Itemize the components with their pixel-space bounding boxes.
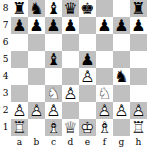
rank-label-8: 8 xyxy=(0,0,11,17)
rank-label-7: 7 xyxy=(0,17,11,34)
piece-black-king[interactable]: ♚ xyxy=(79,0,96,17)
piece-white-pawn[interactable]: ♟♙ xyxy=(45,102,62,119)
square-d4[interactable] xyxy=(62,68,79,85)
square-a7[interactable]: ♟ xyxy=(11,17,28,34)
square-h6[interactable] xyxy=(130,34,147,51)
square-b4[interactable] xyxy=(28,68,45,85)
piece-glyph: ♟ xyxy=(96,17,113,34)
piece-glyph: ♘ xyxy=(45,85,62,102)
square-e3[interactable] xyxy=(79,85,96,102)
square-b7[interactable]: ♟ xyxy=(28,17,45,34)
piece-black-knight[interactable]: ♞ xyxy=(113,68,130,85)
square-h3[interactable] xyxy=(130,85,147,102)
piece-black-pawn[interactable]: ♟ xyxy=(45,17,62,34)
piece-white-king[interactable]: ♚♔ xyxy=(79,119,96,136)
square-c1[interactable]: ♝♗ xyxy=(45,119,62,136)
piece-white-bishop[interactable]: ♝♗ xyxy=(45,119,62,136)
piece-white-rook[interactable]: ♜♖ xyxy=(11,119,28,136)
piece-glyph: ♟ xyxy=(45,17,62,34)
square-g7[interactable]: ♟ xyxy=(113,17,130,34)
square-a5[interactable] xyxy=(11,51,28,68)
square-f8[interactable] xyxy=(96,0,113,17)
piece-black-bishop[interactable]: ♝ xyxy=(45,0,62,17)
piece-glyph: ♙ xyxy=(113,102,130,119)
piece-glyph: ♝ xyxy=(45,0,62,17)
piece-black-bishop[interactable]: ♝ xyxy=(45,51,62,68)
square-h2[interactable]: ♟♙ xyxy=(130,102,147,119)
square-e6[interactable] xyxy=(79,34,96,51)
square-c8[interactable]: ♝ xyxy=(45,0,62,17)
square-g2[interactable]: ♟♙ xyxy=(113,102,130,119)
square-f4[interactable] xyxy=(96,68,113,85)
rank-label-1: 1 xyxy=(0,119,11,136)
square-d5[interactable] xyxy=(62,51,79,68)
piece-glyph: ♗ xyxy=(45,119,62,136)
square-a4[interactable] xyxy=(11,68,28,85)
rank-label-4: 4 xyxy=(0,68,11,85)
piece-white-knight[interactable]: ♞♘ xyxy=(45,85,62,102)
rank-label-5: 5 xyxy=(0,51,11,68)
piece-glyph: ♙ xyxy=(28,102,45,119)
piece-black-pawn[interactable]: ♟ xyxy=(28,17,45,34)
piece-glyph: ♞ xyxy=(113,68,130,85)
piece-white-pawn[interactable]: ♟♙ xyxy=(11,102,28,119)
piece-glyph: ♟ xyxy=(11,17,28,34)
square-a3[interactable] xyxy=(11,85,28,102)
square-e5[interactable]: ♟ xyxy=(79,51,96,68)
square-b1[interactable] xyxy=(28,119,45,136)
square-h7[interactable]: ♟ xyxy=(130,17,147,34)
piece-glyph: ♟ xyxy=(113,17,130,34)
square-d2[interactable] xyxy=(62,102,79,119)
square-f2[interactable]: ♟♙ xyxy=(96,102,113,119)
square-e4[interactable]: ♟♙ xyxy=(79,68,96,85)
piece-glyph: ♙ xyxy=(130,102,147,119)
square-e8[interactable]: ♚ xyxy=(79,0,96,17)
piece-glyph: ♛ xyxy=(62,0,79,17)
square-f1[interactable]: ♝♗ xyxy=(96,119,113,136)
square-d8[interactable]: ♛ xyxy=(62,0,79,17)
square-e7[interactable] xyxy=(79,17,96,34)
piece-white-pawn[interactable]: ♟♙ xyxy=(79,68,96,85)
square-b6[interactable] xyxy=(28,34,45,51)
square-b2[interactable]: ♟♙ xyxy=(28,102,45,119)
piece-glyph: ♜ xyxy=(11,0,28,17)
piece-glyph: ♙ xyxy=(11,102,28,119)
file-label-a: a xyxy=(11,136,28,149)
square-g6[interactable] xyxy=(113,34,130,51)
piece-black-pawn[interactable]: ♟ xyxy=(113,17,130,34)
file-label-g: g xyxy=(113,136,130,149)
piece-white-pawn[interactable]: ♟♙ xyxy=(28,102,45,119)
piece-glyph: ♙ xyxy=(96,102,113,119)
chessboard: 8♜♞♝♛♚♜7♟♟♟♟♟♟♟65♝♟4♟♙♞3♞♘♟♙♞♘2♟♙♟♙♟♙♟♙♟… xyxy=(0,0,147,149)
piece-black-queen[interactable]: ♛ xyxy=(62,0,79,17)
square-f3[interactable]: ♞♘ xyxy=(96,85,113,102)
square-c6[interactable] xyxy=(45,34,62,51)
square-f5[interactable] xyxy=(96,51,113,68)
square-d3[interactable]: ♟♙ xyxy=(62,85,79,102)
square-f7[interactable]: ♟ xyxy=(96,17,113,34)
square-g5[interactable] xyxy=(113,51,130,68)
square-h8[interactable]: ♜ xyxy=(130,0,147,17)
square-b8[interactable]: ♞ xyxy=(28,0,45,17)
piece-white-pawn[interactable]: ♟♙ xyxy=(62,85,79,102)
piece-black-rook[interactable]: ♜ xyxy=(130,0,147,17)
piece-glyph: ♜ xyxy=(130,0,147,17)
file-label-b: b xyxy=(28,136,45,149)
square-h1[interactable]: ♜♖ xyxy=(130,119,147,136)
piece-glyph: ♖ xyxy=(130,119,147,136)
rank-label-2: 2 xyxy=(0,102,11,119)
piece-glyph: ♖ xyxy=(11,119,28,136)
square-a8[interactable]: ♜ xyxy=(11,0,28,17)
square-c4[interactable] xyxy=(45,68,62,85)
file-label-e: e xyxy=(79,136,96,149)
piece-white-knight[interactable]: ♞♘ xyxy=(96,85,113,102)
file-label-f: f xyxy=(96,136,113,149)
piece-white-bishop[interactable]: ♝♗ xyxy=(96,119,113,136)
square-d6[interactable] xyxy=(62,34,79,51)
square-c7[interactable]: ♟ xyxy=(45,17,62,34)
board-corner xyxy=(0,136,11,149)
square-g3[interactable] xyxy=(113,85,130,102)
square-a1[interactable]: ♜♖ xyxy=(11,119,28,136)
piece-glyph: ♕ xyxy=(62,119,79,136)
piece-black-pawn[interactable]: ♟ xyxy=(96,17,113,34)
piece-black-pawn[interactable]: ♟ xyxy=(11,17,28,34)
file-label-c: c xyxy=(45,136,62,149)
piece-glyph: ♔ xyxy=(79,119,96,136)
rank-label-6: 6 xyxy=(0,34,11,51)
square-c5[interactable]: ♝ xyxy=(45,51,62,68)
square-a2[interactable]: ♟♙ xyxy=(11,102,28,119)
piece-glyph: ♚ xyxy=(79,0,96,17)
piece-glyph: ♟ xyxy=(28,17,45,34)
square-h4[interactable] xyxy=(130,68,147,85)
piece-white-queen[interactable]: ♛♕ xyxy=(62,119,79,136)
piece-white-pawn[interactable]: ♟♙ xyxy=(96,102,113,119)
square-e2[interactable] xyxy=(79,102,96,119)
square-f6[interactable] xyxy=(96,34,113,51)
piece-black-pawn[interactable]: ♟ xyxy=(79,51,96,68)
piece-glyph: ♝ xyxy=(45,51,62,68)
square-d7[interactable]: ♟ xyxy=(62,17,79,34)
piece-glyph: ♞ xyxy=(28,0,45,17)
square-g4[interactable]: ♞ xyxy=(113,68,130,85)
square-g1[interactable] xyxy=(113,119,130,136)
piece-black-pawn[interactable]: ♟ xyxy=(130,17,147,34)
square-b3[interactable] xyxy=(28,85,45,102)
square-e1[interactable]: ♚♔ xyxy=(79,119,96,136)
square-d1[interactable]: ♛♕ xyxy=(62,119,79,136)
piece-glyph: ♟ xyxy=(79,51,96,68)
piece-glyph: ♙ xyxy=(62,85,79,102)
piece-white-rook[interactable]: ♜♖ xyxy=(130,119,147,136)
square-b5[interactable] xyxy=(28,51,45,68)
piece-black-pawn[interactable]: ♟ xyxy=(62,17,79,34)
square-a6[interactable] xyxy=(11,34,28,51)
piece-glyph: ♙ xyxy=(79,68,96,85)
piece-white-pawn[interactable]: ♟♙ xyxy=(130,102,147,119)
piece-glyph: ♟ xyxy=(62,17,79,34)
piece-glyph: ♘ xyxy=(96,85,113,102)
piece-black-knight[interactable]: ♞ xyxy=(28,0,45,17)
square-g8[interactable] xyxy=(113,0,130,17)
piece-glyph: ♙ xyxy=(45,102,62,119)
piece-white-pawn[interactable]: ♟♙ xyxy=(113,102,130,119)
square-h5[interactable] xyxy=(130,51,147,68)
file-label-d: d xyxy=(62,136,79,149)
file-label-h: h xyxy=(130,136,147,149)
piece-glyph: ♟ xyxy=(130,17,147,34)
piece-black-rook[interactable]: ♜ xyxy=(11,0,28,17)
rank-label-3: 3 xyxy=(0,85,11,102)
square-c2[interactable]: ♟♙ xyxy=(45,102,62,119)
piece-glyph: ♗ xyxy=(96,119,113,136)
square-c3[interactable]: ♞♘ xyxy=(45,85,62,102)
